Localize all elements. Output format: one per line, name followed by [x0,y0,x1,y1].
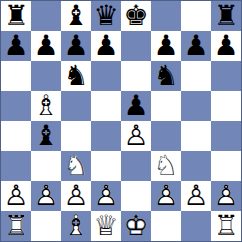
piece-glyph-outline: ♖ [211,211,241,241]
piece-glyph-outline: ♘ [61,151,91,181]
piece-white-bishop[interactable]: ♝♗ [61,211,91,241]
piece-glyph: ♞ [151,61,181,91]
square-b8[interactable] [31,1,61,31]
square-f2[interactable]: ♟♙ [151,181,181,211]
square-a3[interactable] [1,151,31,181]
square-d7[interactable]: ♟ [91,31,121,61]
piece-white-knight[interactable]: ♞♘ [151,151,181,181]
square-f5[interactable] [151,91,181,121]
square-c1[interactable]: ♝♗ [61,211,91,241]
piece-glyph-outline: ♕ [91,211,121,241]
piece-glyph: ♟ [61,31,91,61]
square-g4[interactable] [181,121,211,151]
piece-glyph-outline: ♙ [61,181,91,211]
piece-glyph-outline: ♙ [91,181,121,211]
piece-white-pawn[interactable]: ♟♙ [151,181,181,211]
piece-glyph: ♟ [151,31,181,61]
chess-board-grid: ♜♝♛♚♜♟♟♟♟♟♟♟♞♞♝♗♟♝♟♙♞♘♞♘♟♙♟♙♟♙♟♙♟♙♟♙♟♙♜♖… [1,1,241,241]
piece-black-bishop[interactable]: ♝ [31,121,61,151]
piece-white-pawn[interactable]: ♟♙ [1,181,31,211]
piece-glyph: ♝ [61,1,91,31]
piece-glyph-outline: ♗ [61,211,91,241]
piece-white-queen[interactable]: ♛♕ [91,211,121,241]
piece-glyph: ♞ [61,61,91,91]
piece-glyph-outline: ♘ [151,151,181,181]
square-d2[interactable]: ♟♙ [91,181,121,211]
piece-glyph-outline: ♙ [121,121,151,151]
square-c3[interactable]: ♞♘ [61,151,91,181]
piece-black-pawn[interactable]: ♟ [121,91,151,121]
square-g6[interactable] [181,61,211,91]
square-b7[interactable]: ♟ [31,31,61,61]
piece-black-rook[interactable]: ♜ [211,1,241,31]
piece-black-queen[interactable]: ♛ [91,1,121,31]
square-h2[interactable]: ♟♙ [211,181,241,211]
square-a6[interactable] [1,61,31,91]
piece-glyph: ♛ [91,1,121,31]
piece-glyph-outline: ♙ [31,181,61,211]
square-h4[interactable] [211,121,241,151]
piece-black-king[interactable]: ♚ [121,1,151,31]
piece-black-pawn[interactable]: ♟ [151,31,181,61]
piece-white-pawn[interactable]: ♟♙ [181,181,211,211]
square-e5[interactable]: ♟ [121,91,151,121]
square-h3[interactable] [211,151,241,181]
square-b1[interactable] [31,211,61,241]
piece-glyph: ♜ [1,1,31,31]
square-a8[interactable]: ♜ [1,1,31,31]
piece-glyph: ♟ [181,31,211,61]
square-e1[interactable]: ♚♔ [121,211,151,241]
piece-white-pawn[interactable]: ♟♙ [121,121,151,151]
square-h5[interactable] [211,91,241,121]
square-c8[interactable]: ♝ [61,1,91,31]
piece-glyph: ♟ [91,31,121,61]
piece-black-bishop[interactable]: ♝ [61,1,91,31]
square-f1[interactable] [151,211,181,241]
piece-glyph-outline: ♙ [1,181,31,211]
piece-glyph-outline: ♙ [151,181,181,211]
piece-white-rook[interactable]: ♜♖ [1,211,31,241]
piece-white-pawn[interactable]: ♟♙ [91,181,121,211]
square-e8[interactable]: ♚ [121,1,151,31]
square-g1[interactable] [181,211,211,241]
square-b5[interactable]: ♝♗ [31,91,61,121]
square-a1[interactable]: ♜♖ [1,211,31,241]
square-e3[interactable] [121,151,151,181]
square-d1[interactable]: ♛♕ [91,211,121,241]
square-h8[interactable]: ♜ [211,1,241,31]
square-h6[interactable] [211,61,241,91]
square-c7[interactable]: ♟ [61,31,91,61]
square-e7[interactable] [121,31,151,61]
square-a2[interactable]: ♟♙ [1,181,31,211]
square-g7[interactable]: ♟ [181,31,211,61]
square-c2[interactable]: ♟♙ [61,181,91,211]
square-b2[interactable]: ♟♙ [31,181,61,211]
square-a5[interactable] [1,91,31,121]
square-f7[interactable]: ♟ [151,31,181,61]
square-f8[interactable] [151,1,181,31]
square-d5[interactable] [91,91,121,121]
piece-white-pawn[interactable]: ♟♙ [31,181,61,211]
square-a7[interactable]: ♟ [1,31,31,61]
square-d6[interactable] [91,61,121,91]
square-d8[interactable]: ♛ [91,1,121,31]
piece-black-pawn[interactable]: ♟ [1,31,31,61]
piece-glyph-outline: ♙ [211,181,241,211]
square-a4[interactable] [1,121,31,151]
piece-glyph: ♟ [121,91,151,121]
square-g2[interactable]: ♟♙ [181,181,211,211]
square-b3[interactable] [31,151,61,181]
square-e2[interactable] [121,181,151,211]
square-h7[interactable]: ♟ [211,31,241,61]
square-g5[interactable] [181,91,211,121]
piece-black-pawn[interactable]: ♟ [31,31,61,61]
square-c6[interactable]: ♞ [61,61,91,91]
piece-black-pawn[interactable]: ♟ [61,31,91,61]
square-e4[interactable]: ♟♙ [121,121,151,151]
piece-black-pawn[interactable]: ♟ [211,31,241,61]
piece-white-bishop[interactable]: ♝♗ [31,91,61,121]
piece-glyph-outline: ♗ [31,91,61,121]
piece-black-pawn[interactable]: ♟ [181,31,211,61]
chess-board: ♜♝♛♚♜♟♟♟♟♟♟♟♞♞♝♗♟♝♟♙♞♘♞♘♟♙♟♙♟♙♟♙♟♙♟♙♟♙♜♖… [0,0,242,242]
piece-glyph: ♟ [211,31,241,61]
piece-glyph: ♜ [211,1,241,31]
square-c5[interactable] [61,91,91,121]
piece-white-pawn[interactable]: ♟♙ [61,181,91,211]
piece-glyph: ♟ [1,31,31,61]
piece-black-knight[interactable]: ♞ [61,61,91,91]
square-g8[interactable] [181,1,211,31]
square-h1[interactable]: ♜♖ [211,211,241,241]
piece-black-pawn[interactable]: ♟ [91,31,121,61]
piece-glyph: ♝ [31,121,61,151]
piece-white-rook[interactable]: ♜♖ [211,211,241,241]
piece-glyph-outline: ♙ [181,181,211,211]
square-b4[interactable]: ♝ [31,121,61,151]
square-f4[interactable] [151,121,181,151]
piece-white-pawn[interactable]: ♟♙ [211,181,241,211]
square-e6[interactable] [121,61,151,91]
piece-white-knight[interactable]: ♞♘ [61,151,91,181]
square-g3[interactable] [181,151,211,181]
square-d3[interactable] [91,151,121,181]
piece-black-knight[interactable]: ♞ [151,61,181,91]
piece-glyph-outline: ♔ [121,211,151,241]
piece-glyph: ♟ [31,31,61,61]
square-d4[interactable] [91,121,121,151]
piece-white-king[interactable]: ♚♔ [121,211,151,241]
piece-glyph-outline: ♖ [1,211,31,241]
piece-glyph: ♚ [121,1,151,31]
square-b6[interactable] [31,61,61,91]
square-c4[interactable] [61,121,91,151]
square-f3[interactable]: ♞♘ [151,151,181,181]
piece-black-rook[interactable]: ♜ [1,1,31,31]
square-f6[interactable]: ♞ [151,61,181,91]
